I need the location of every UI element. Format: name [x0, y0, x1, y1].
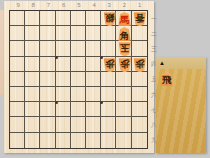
square-3-2[interactable] — [101, 26, 116, 41]
square-1-8[interactable] — [132, 117, 147, 132]
square-9-5[interactable] — [10, 72, 25, 87]
square-9-2[interactable] — [10, 26, 25, 41]
square-1-5[interactable] — [132, 72, 147, 87]
sente-hand-area: 飛 — [156, 69, 206, 153]
square-3-6[interactable] — [101, 87, 116, 102]
square-6-1[interactable] — [56, 11, 71, 26]
star-point — [55, 56, 58, 59]
square-7-3[interactable] — [40, 41, 55, 56]
piece-kanji: 歩 — [120, 59, 130, 69]
file-label-1: 1 — [132, 2, 147, 9]
square-5-5[interactable] — [71, 72, 86, 87]
shogi-diagram: 987654321 一二三四五六七八九 銀馬香角玉歩歩歩 ▲ 飛 — [0, 0, 210, 158]
piece-kanji: 銀 — [105, 13, 115, 23]
square-8-1[interactable] — [25, 11, 40, 26]
square-2-9[interactable] — [116, 133, 131, 148]
square-3-7[interactable] — [101, 102, 116, 117]
square-9-6[interactable] — [10, 87, 25, 102]
square-5-7[interactable] — [71, 102, 86, 117]
piece-kanji: 飛 — [162, 75, 172, 85]
square-5-2[interactable] — [71, 26, 86, 41]
square-3-3[interactable] — [101, 41, 116, 56]
square-9-4[interactable] — [10, 57, 25, 72]
rank-label-3: 三 — [150, 42, 158, 57]
square-8-7[interactable] — [25, 102, 40, 117]
square-3-5[interactable] — [101, 72, 116, 87]
star-point — [55, 101, 58, 104]
hand-piece-飛[interactable]: 飛 — [160, 72, 174, 86]
square-7-6[interactable] — [40, 87, 55, 102]
square-3-9[interactable] — [101, 133, 116, 148]
square-8-3[interactable] — [25, 41, 40, 56]
square-5-4[interactable] — [71, 57, 86, 72]
square-5-8[interactable] — [71, 117, 86, 132]
square-7-8[interactable] — [40, 117, 55, 132]
square-8-4[interactable] — [25, 57, 40, 72]
square-7-1[interactable] — [40, 11, 55, 26]
square-6-4[interactable] — [56, 57, 71, 72]
square-8-9[interactable] — [25, 133, 40, 148]
square-1-6[interactable] — [132, 87, 147, 102]
square-5-3[interactable] — [71, 41, 86, 56]
square-7-4[interactable] — [40, 57, 55, 72]
sente-komadai: ▲ 飛 — [156, 57, 206, 153]
square-4-6[interactable] — [86, 87, 101, 102]
square-5-1[interactable] — [71, 11, 86, 26]
rank-label-2: 二 — [150, 27, 158, 42]
file-label-6: 6 — [56, 2, 71, 9]
file-label-3: 3 — [102, 2, 117, 9]
square-4-3[interactable] — [86, 41, 101, 56]
square-6-3[interactable] — [56, 41, 71, 56]
square-6-7[interactable] — [56, 102, 71, 117]
piece-kanji: 香 — [135, 13, 145, 23]
square-4-8[interactable] — [86, 117, 101, 132]
square-8-2[interactable] — [25, 26, 40, 41]
square-5-9[interactable] — [71, 133, 86, 148]
square-8-5[interactable] — [25, 72, 40, 87]
square-7-7[interactable] — [40, 102, 55, 117]
square-6-8[interactable] — [56, 117, 71, 132]
square-9-3[interactable] — [10, 41, 25, 56]
square-6-5[interactable] — [56, 72, 71, 87]
square-6-2[interactable] — [56, 26, 71, 41]
file-label-7: 7 — [41, 2, 56, 9]
square-6-6[interactable] — [56, 87, 71, 102]
square-4-9[interactable] — [86, 133, 101, 148]
square-1-7[interactable] — [132, 102, 147, 117]
square-3-8[interactable] — [101, 117, 116, 132]
square-9-1[interactable] — [10, 11, 25, 26]
file-label-2: 2 — [117, 2, 132, 9]
square-4-2[interactable] — [86, 26, 101, 41]
star-point — [100, 56, 103, 59]
file-label-9: 9 — [11, 2, 26, 9]
file-label-8: 8 — [26, 2, 41, 9]
square-7-9[interactable] — [40, 133, 55, 148]
square-9-8[interactable] — [10, 117, 25, 132]
piece-kanji: 馬 — [120, 15, 130, 25]
square-4-5[interactable] — [86, 72, 101, 87]
piece-kanji: 玉 — [120, 44, 130, 54]
rank-label-1: 一 — [150, 12, 158, 27]
komadai-header: ▲ — [156, 57, 206, 69]
square-2-6[interactable] — [116, 87, 131, 102]
square-7-2[interactable] — [40, 26, 55, 41]
square-2-7[interactable] — [116, 102, 131, 117]
square-9-9[interactable] — [10, 133, 25, 148]
file-label-5: 5 — [71, 2, 86, 9]
square-4-7[interactable] — [86, 102, 101, 117]
square-9-7[interactable] — [10, 102, 25, 117]
square-4-1[interactable] — [86, 11, 101, 26]
square-8-8[interactable] — [25, 117, 40, 132]
piece-kanji: 歩 — [105, 59, 115, 69]
square-1-2[interactable] — [132, 26, 147, 41]
file-label-4: 4 — [87, 2, 102, 9]
piece-kanji: 角 — [120, 31, 130, 41]
square-5-6[interactable] — [71, 87, 86, 102]
square-2-5[interactable] — [116, 72, 131, 87]
square-1-3[interactable] — [132, 41, 147, 56]
square-1-9[interactable] — [132, 133, 147, 148]
piece-kanji: 歩 — [135, 59, 145, 69]
sente-marker-icon: ▲ — [159, 60, 165, 66]
square-6-9[interactable] — [56, 133, 71, 148]
square-4-4[interactable] — [86, 57, 101, 72]
square-2-8[interactable] — [116, 117, 131, 132]
square-8-6[interactable] — [25, 87, 40, 102]
square-7-5[interactable] — [40, 72, 55, 87]
